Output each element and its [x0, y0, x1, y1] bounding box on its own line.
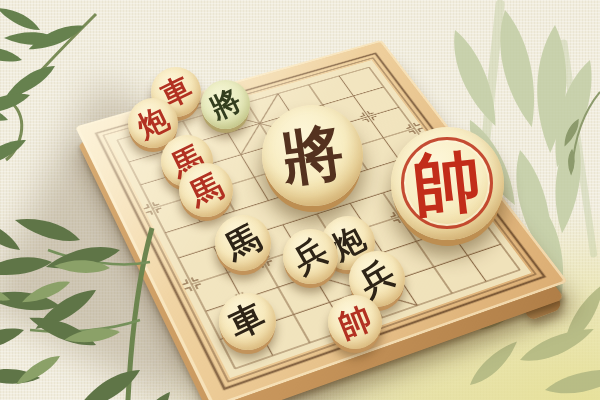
piece-red-general[interactable]: 帥	[328, 295, 382, 349]
piece-glyph: 帥	[410, 146, 485, 221]
piece-black-soldier-1[interactable]: 兵	[283, 229, 338, 284]
scene: 車將炮馬馬馬兵炮兵車帥將帥	[0, 0, 600, 400]
piece-glyph: 將	[278, 121, 347, 190]
piece-black-horse[interactable]: 馬	[215, 215, 271, 271]
piece-giant-red-general: 帥	[391, 127, 504, 240]
piece-giant-black-general: 將	[262, 105, 363, 206]
piece-black-chariot[interactable]: 車	[219, 293, 276, 350]
piece-glyph: 馬	[220, 220, 266, 266]
piece-red-horse-2[interactable]: 馬	[179, 163, 233, 217]
piece-glyph: 帥	[334, 301, 376, 343]
piece-glyph: 車	[224, 298, 269, 343]
bamboo-bottom-left	[0, 210, 177, 400]
piece-glyph: 兵	[287, 233, 332, 278]
piece-black-general[interactable]: 將	[201, 80, 250, 129]
piece-glyph: 炮	[133, 103, 173, 143]
piece-glyph: 將	[206, 85, 245, 124]
piece-glyph: 馬	[185, 169, 228, 212]
